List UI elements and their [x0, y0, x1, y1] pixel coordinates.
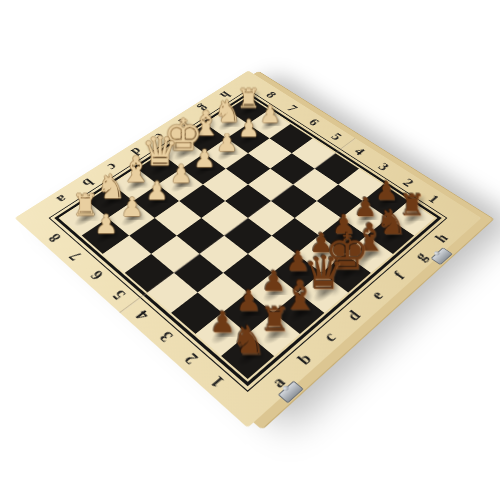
light-pawn-c7: ♟ — [145, 177, 168, 203]
light-pawn-e7: ♟ — [193, 146, 215, 171]
light-pawn-g7: ♟ — [237, 116, 258, 140]
square-e5 — [225, 185, 271, 218]
light-pawn-b7: ♟ — [120, 194, 143, 220]
product-photo: abcdefgh abcdefgh 87654321 87654321 ♜♞♝♛… — [0, 0, 500, 500]
dark-knight-a1: ♞ — [230, 320, 265, 359]
chess-board: abcdefgh abcdefgh 87654321 87654321 ♜♞♝♛… — [15, 71, 482, 428]
dark-pawn-b2: ♟ — [235, 287, 261, 315]
light-pawn-a7: ♟ — [94, 211, 118, 237]
scene: abcdefgh abcdefgh 87654321 87654321 ♜♞♝♛… — [0, 0, 500, 500]
rank-label-left-7: 7 — [54, 241, 96, 273]
outer-border-line: ♜♞♝♛♚♝♞♜♟♟♟♟♟♟♟♟♟♟♟♟♟♟♟♟♞♜♝♛♚♝♞♜ — [49, 89, 448, 392]
board-squares: ♜♞♝♛♚♝♞♜♟♟♟♟♟♟♟♟♟♟♟♟♟♟♟♟♞♜♝♛♚♝♞♜ — [61, 96, 434, 379]
light-pawn-f7: ♟ — [215, 131, 237, 155]
light-pawn-h7: ♟ — [259, 102, 280, 126]
light-pawn-d7: ♟ — [169, 161, 192, 186]
inner-border-line: ♜♞♝♛♚♝♞♜♟♟♟♟♟♟♟♟♟♟♟♟♟♟♟♟♞♜♝♛♚♝♞♜ — [54, 92, 441, 386]
